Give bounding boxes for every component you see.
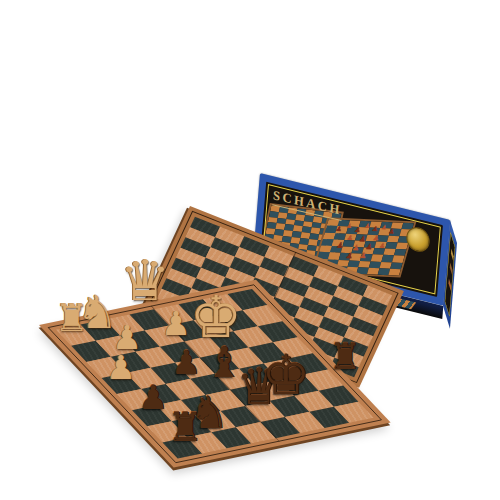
box-illustration-red-piece: ♟ <box>363 223 371 230</box>
black-king[interactable]: ♚ <box>262 349 310 403</box>
product-photo: SCHACH ♟♟♟♟♟♟♟♟♟♟♟♟♟♟♟♟ ♜♞♛♟♟♟♚♟♝♟♜♞♛♚♜ <box>0 0 500 500</box>
gold-seal-icon <box>405 225 430 255</box>
white-queen[interactable]: ♛ <box>120 253 170 309</box>
box-illustration-red-piece: ♟ <box>358 251 368 260</box>
box-illustration-red-piece: ♟ <box>345 223 353 230</box>
black-knight[interactable]: ♞ <box>189 391 228 435</box>
box-illustration-red-piece: ♟ <box>387 228 396 236</box>
black-pawn[interactable]: ♟ <box>138 381 168 414</box>
black-pawn[interactable]: ♟ <box>171 346 201 379</box>
box-illustration-red-piece: ♟ <box>344 252 354 261</box>
box-illustration-red-piece: ♟ <box>371 226 380 234</box>
black-rook[interactable]: ♜ <box>329 339 361 375</box>
box-side-graphic <box>451 249 454 262</box>
box-illustration-red-piece: ♟ <box>334 225 343 233</box>
box-illustration-red-piece: ♟ <box>380 225 388 232</box>
box-illustration-red-piece: ♟ <box>378 242 387 250</box>
box-illustration-red-piece: ♟ <box>346 234 355 242</box>
white-king[interactable]: ♚ <box>190 288 242 346</box>
white-pawn[interactable]: ♟ <box>106 351 136 384</box>
white-pawn[interactable]: ♟ <box>161 307 191 340</box>
box-illustration-red-piece: ♟ <box>335 242 345 251</box>
